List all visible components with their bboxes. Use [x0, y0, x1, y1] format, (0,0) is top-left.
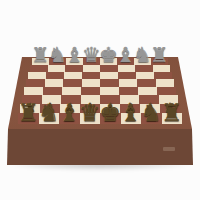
square-h6 [154, 72, 172, 79]
square-g6 [136, 72, 154, 79]
rank-8: ♜♞♝♛♚♝♞♜ [32, 58, 168, 65]
piece-silver-rook: ♜ [31, 45, 50, 66]
square-c1: ♝ [59, 113, 80, 124]
piece-silver-king: ♚ [99, 45, 118, 66]
square-a8: ♜ [32, 58, 49, 65]
piece-brass-queen: ♛ [79, 101, 101, 125]
square-f6 [118, 72, 136, 79]
square-b1: ♞ [39, 113, 60, 124]
square-c4 [62, 87, 81, 95]
square-e6 [100, 72, 118, 79]
square-e8: ♚ [100, 58, 117, 65]
piece-silver-knight: ♞ [133, 45, 152, 66]
piece-brass-rook: ♜ [161, 101, 183, 125]
square-c8: ♝ [66, 58, 83, 65]
square-b6 [46, 72, 64, 79]
square-a5 [26, 79, 45, 87]
piece-brass-knight: ♞ [140, 101, 162, 125]
square-h8: ♜ [151, 58, 168, 65]
square-e5 [100, 79, 119, 87]
square-a4 [24, 87, 43, 95]
piece-silver-bishop: ♝ [116, 45, 135, 66]
rank-5 [26, 79, 174, 87]
square-f4 [119, 87, 138, 95]
square-f5 [119, 79, 138, 87]
square-f1: ♝ [121, 113, 142, 124]
piece-brass-bishop: ♝ [120, 101, 142, 125]
square-a1: ♜ [18, 113, 39, 124]
square-f8: ♝ [117, 58, 134, 65]
piece-silver-rook: ♜ [150, 45, 169, 66]
square-d6 [82, 72, 100, 79]
square-e4 [100, 87, 119, 95]
rank-4 [24, 87, 176, 95]
rank-1: ♜♞♝♛♚♝♞♜ [18, 113, 182, 124]
square-b8: ♞ [49, 58, 66, 65]
square-h5 [156, 79, 175, 87]
piece-silver-knight: ♞ [48, 45, 67, 66]
square-d1: ♛ [80, 113, 101, 124]
square-h4 [157, 87, 176, 95]
square-g4 [138, 87, 157, 95]
square-h1: ♜ [162, 113, 183, 124]
square-d4 [81, 87, 100, 95]
piece-brass-rook: ♜ [17, 101, 39, 125]
square-c6 [64, 72, 82, 79]
square-e1: ♚ [100, 113, 121, 124]
piece-brass-king: ♚ [99, 101, 121, 125]
square-d8: ♛ [83, 58, 100, 65]
square-g5 [137, 79, 156, 87]
rank-6 [28, 72, 172, 79]
box-logo-mark [163, 147, 175, 151]
square-c5 [63, 79, 82, 87]
square-g1: ♞ [141, 113, 162, 124]
square-d5 [82, 79, 101, 87]
square-g8: ♞ [134, 58, 151, 65]
piece-silver-queen: ♛ [82, 45, 101, 66]
piece-silver-bishop: ♝ [65, 45, 84, 66]
square-a6 [28, 72, 46, 79]
piece-brass-knight: ♞ [38, 101, 60, 125]
chess-set-photo: ♜♞♝♛♚♝♞♜♟♟♟♟♟♟♟♟♜♞♝♛♚♝♞♜ [0, 0, 200, 200]
piece-brass-bishop: ♝ [58, 101, 80, 125]
square-b4 [43, 87, 62, 95]
chess-board: ♜♞♝♛♚♝♞♜♟♟♟♟♟♟♟♟♜♞♝♛♚♝♞♜ [0, 58, 200, 124]
square-b5 [45, 79, 64, 87]
